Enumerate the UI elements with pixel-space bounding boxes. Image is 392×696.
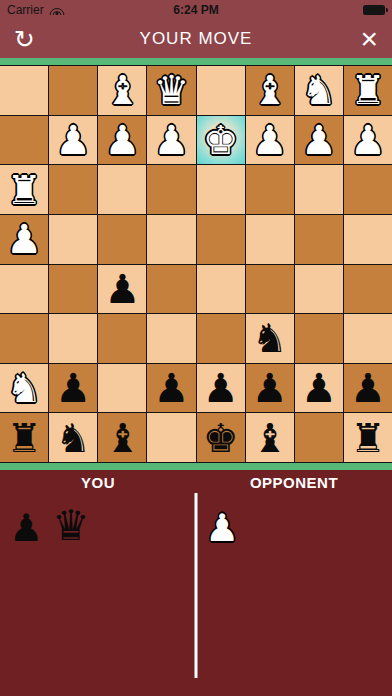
square-c2[interactable]: ♟ — [246, 116, 294, 165]
app-window: Carrier 6:24 PM ↻ YOUR MOVE × ♝♛♝♞♜♟♟♟♚♟… — [0, 0, 392, 696]
piece-bP-b7: ♟ — [301, 368, 337, 408]
captured-piece-bQ: ♛ — [52, 505, 90, 547]
captured-piece-wP: ♟ — [205, 509, 239, 547]
piece-wQ-e1: ♛ — [154, 70, 190, 110]
square-h6[interactable] — [0, 314, 48, 363]
square-a4[interactable] — [344, 215, 392, 264]
piece-wN-b1: ♞ — [301, 70, 337, 110]
opponent-section: OPPONENT ♟ — [196, 470, 392, 696]
square-a3[interactable] — [344, 165, 392, 214]
square-g8[interactable]: ♞ — [49, 413, 97, 462]
square-h7[interactable]: ♞ — [0, 364, 48, 413]
piece-bR-h8: ♜ — [6, 418, 42, 458]
square-f6[interactable] — [98, 314, 146, 363]
tray-divider — [195, 493, 198, 678]
square-g5[interactable] — [49, 265, 97, 314]
square-c3[interactable] — [246, 165, 294, 214]
square-g1[interactable] — [49, 66, 97, 115]
square-g4[interactable] — [49, 215, 97, 264]
board-border-top — [0, 58, 392, 65]
square-b6[interactable] — [295, 314, 343, 363]
square-f8[interactable]: ♝ — [98, 413, 146, 462]
piece-bN-c6: ♞ — [252, 318, 288, 358]
square-d3[interactable] — [197, 165, 245, 214]
opponent-label: OPPONENT — [196, 474, 392, 491]
piece-wP-g2: ♟ — [55, 120, 91, 160]
square-b7[interactable]: ♟ — [295, 364, 343, 413]
piece-bP-d7: ♟ — [203, 368, 239, 408]
square-g7[interactable]: ♟ — [49, 364, 97, 413]
piece-bP-g7: ♟ — [55, 368, 91, 408]
square-h3[interactable]: ♜ — [0, 165, 48, 214]
piece-wP-e2: ♟ — [154, 120, 190, 160]
square-d2[interactable]: ♚ — [197, 116, 245, 165]
piece-bB-c8: ♝ — [252, 418, 288, 458]
piece-bB-f8: ♝ — [104, 418, 140, 458]
piece-wP-b2: ♟ — [301, 120, 337, 160]
nav-bar: ↻ YOUR MOVE × — [0, 20, 392, 58]
square-c8[interactable]: ♝ — [246, 413, 294, 462]
square-e5[interactable] — [147, 265, 195, 314]
square-a1[interactable]: ♜ — [344, 66, 392, 115]
square-d8[interactable]: ♚ — [197, 413, 245, 462]
clock: 6:24 PM — [0, 3, 392, 17]
square-b1[interactable]: ♞ — [295, 66, 343, 115]
piece-wK-d2: ♚ — [203, 120, 239, 160]
you-label: YOU — [0, 474, 196, 491]
square-f1[interactable]: ♝ — [98, 66, 146, 115]
square-a6[interactable] — [344, 314, 392, 363]
square-d7[interactable]: ♟ — [197, 364, 245, 413]
square-e6[interactable] — [147, 314, 195, 363]
piece-bK-d8: ♚ — [203, 418, 239, 458]
piece-wN-h7: ♞ — [6, 368, 42, 408]
square-b4[interactable] — [295, 215, 343, 264]
square-e7[interactable]: ♟ — [147, 364, 195, 413]
square-b5[interactable] — [295, 265, 343, 314]
square-c4[interactable] — [246, 215, 294, 264]
square-h5[interactable] — [0, 265, 48, 314]
piece-wR-a1: ♜ — [350, 70, 386, 110]
square-f4[interactable] — [98, 215, 146, 264]
square-b3[interactable] — [295, 165, 343, 214]
piece-wP-a2: ♟ — [350, 120, 386, 160]
captured-piece-bP: ♟ — [9, 509, 43, 547]
square-d6[interactable] — [197, 314, 245, 363]
square-f3[interactable] — [98, 165, 146, 214]
board-border-bottom — [0, 463, 392, 470]
square-f2[interactable]: ♟ — [98, 116, 146, 165]
square-g3[interactable] — [49, 165, 97, 214]
square-a5[interactable] — [344, 265, 392, 314]
square-c5[interactable] — [246, 265, 294, 314]
square-g2[interactable]: ♟ — [49, 116, 97, 165]
status-bar: Carrier 6:24 PM — [0, 0, 392, 20]
square-h1[interactable] — [0, 66, 48, 115]
square-c1[interactable]: ♝ — [246, 66, 294, 115]
battery-icon — [363, 5, 385, 15]
square-e1[interactable]: ♛ — [147, 66, 195, 115]
piece-wP-c2: ♟ — [252, 120, 288, 160]
piece-bN-g8: ♞ — [55, 418, 91, 458]
chess-board: ♝♛♝♞♜♟♟♟♚♟♟♟♜♟♟♞♞♟♟♟♟♟♟♜♞♝♚♝♜ — [0, 65, 392, 463]
square-d4[interactable] — [197, 215, 245, 264]
square-d5[interactable] — [197, 265, 245, 314]
square-h8[interactable]: ♜ — [0, 413, 48, 462]
piece-wB-c1: ♝ — [252, 70, 288, 110]
square-a7[interactable]: ♟ — [344, 364, 392, 413]
square-b2[interactable]: ♟ — [295, 116, 343, 165]
square-g6[interactable] — [49, 314, 97, 363]
piece-wB-f1: ♝ — [104, 70, 140, 110]
square-f5[interactable]: ♟ — [98, 265, 146, 314]
captures-panel: YOU ♟♛ OPPONENT ♟ — [0, 470, 392, 696]
piece-bP-e7: ♟ — [154, 368, 190, 408]
square-e4[interactable] — [147, 215, 195, 264]
square-f7[interactable] — [98, 364, 146, 413]
piece-bP-f5: ♟ — [104, 269, 140, 309]
you-captured-tray: ♟♛ — [0, 491, 196, 547]
piece-wP-f2: ♟ — [104, 120, 140, 160]
piece-bR-a8: ♜ — [350, 418, 386, 458]
square-b8[interactable] — [295, 413, 343, 462]
square-c6[interactable]: ♞ — [246, 314, 294, 363]
you-section: YOU ♟♛ — [0, 470, 196, 696]
opponent-captured-tray: ♟ — [196, 491, 392, 547]
piece-bP-c7: ♟ — [252, 368, 288, 408]
square-e3[interactable] — [147, 165, 195, 214]
square-a2[interactable]: ♟ — [344, 116, 392, 165]
square-e2[interactable]: ♟ — [147, 116, 195, 165]
square-h4[interactable]: ♟ — [0, 215, 48, 264]
square-d1[interactable] — [197, 66, 245, 115]
piece-wP-h4: ♟ — [6, 219, 42, 259]
square-e8[interactable] — [147, 413, 195, 462]
piece-wR-h3: ♜ — [6, 170, 42, 210]
square-c7[interactable]: ♟ — [246, 364, 294, 413]
square-a8[interactable]: ♜ — [344, 413, 392, 462]
piece-bP-a7: ♟ — [350, 368, 386, 408]
square-h2[interactable] — [0, 116, 48, 165]
page-title: YOUR MOVE — [0, 29, 392, 49]
